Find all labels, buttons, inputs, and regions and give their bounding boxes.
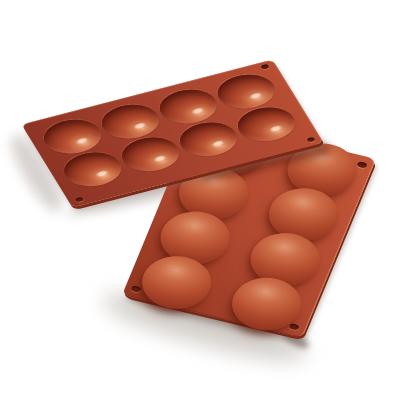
hemisphere-cavity [230,102,303,147]
hemisphere-cavity [56,147,129,192]
product-photo-scene [0,0,400,400]
specular-highlight [154,155,167,162]
specular-highlight [76,137,89,144]
specular-highlight [212,140,225,147]
hemisphere-cavity [172,117,245,162]
hemisphere-cavity [114,132,187,177]
specular-highlight [250,92,263,99]
specular-highlight [96,170,109,177]
specular-highlight [270,125,283,132]
specular-highlight [192,107,205,114]
specular-highlight [134,122,147,129]
